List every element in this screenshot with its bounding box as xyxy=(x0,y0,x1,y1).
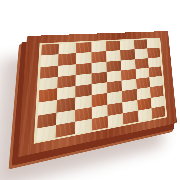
square-r8c7[interactable] xyxy=(137,108,152,121)
square-r8c8[interactable] xyxy=(151,106,165,119)
photo-background xyxy=(0,0,180,180)
square-r8c2[interactable] xyxy=(56,122,75,138)
board-frame xyxy=(18,31,177,157)
board-grid xyxy=(36,39,165,142)
square-r8c1[interactable] xyxy=(36,125,56,142)
board-border-line xyxy=(34,38,167,144)
square-r8c3[interactable] xyxy=(74,119,91,134)
square-r8c6[interactable] xyxy=(123,111,138,125)
chess-board xyxy=(18,31,177,157)
square-r8c5[interactable] xyxy=(108,113,124,127)
square-r8c4[interactable] xyxy=(91,116,107,131)
